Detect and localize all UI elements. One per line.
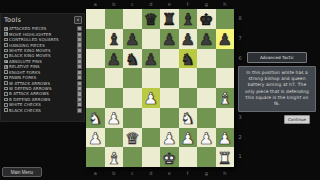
tool-swatch-icon[interactable] [77,42,82,47]
square-e5[interactable] [160,68,179,88]
square-f6[interactable]: ♞ [179,49,198,69]
tool-label: PAWN FORKS [9,75,77,80]
tool-swatch-icon[interactable] [77,37,82,42]
tool-swatch-icon[interactable] [77,108,82,113]
tools-panel-close-icon[interactable]: x [74,16,82,24]
square-f7[interactable]: ♟ [179,29,198,49]
tool-row-w-attack-arrows[interactable]: W ATTACK ARROWS [4,80,82,85]
square-d1[interactable] [142,147,161,167]
tool-swatch-icon[interactable] [77,97,82,102]
square-e4[interactable] [160,88,179,108]
file-label-bottom-h: h [216,169,235,177]
tool-label: B DEFEND ARROWS [9,97,77,102]
square-h6[interactable] [216,49,235,69]
tool-swatch-icon[interactable] [77,32,82,37]
white-pawn-h2: ♟ [218,129,232,148]
square-d4[interactable]: ♟ [142,88,161,108]
file-label-bottom-f: f [179,169,198,177]
square-b7[interactable]: ♝ [105,29,124,49]
tool-label: BLACK KING MOVES [9,53,77,58]
square-b3[interactable]: ♟ [105,108,124,128]
file-label-bottom-g: g [197,169,216,177]
square-f5[interactable] [179,68,198,88]
file-label-bottom-b: b [105,169,124,177]
square-d8[interactable]: ♛ [142,9,161,29]
square-c4[interactable] [123,88,142,108]
tool-label: ATTACKED PIECES [9,26,77,31]
rank-label-2: 2 [236,128,244,148]
square-c5[interactable] [123,68,142,88]
square-d2[interactable] [142,128,161,148]
file-label-top-e: e [160,0,179,8]
white-rook-h1: ♜ [218,149,232,168]
square-c8[interactable] [123,9,142,29]
tool-checkbox-checked[interactable]: ✕ [4,32,8,36]
rank-label-8: 8 [236,9,244,29]
tool-label: CONTROLLED SQUARES [9,37,77,42]
tool-label: B ATTACK ARROWS [9,91,77,96]
tools-panel: Tools x ✕ATTACKED PIECES✕MOVE HIGHLIGHTE… [0,13,85,122]
file-label-top-b: b [105,0,124,8]
black-pawn-h7: ♟ [218,31,232,50]
tool-swatch-icon[interactable] [77,59,82,64]
square-e7[interactable]: ♟ [160,29,179,49]
file-labels-bottom: abcdefgh [86,169,234,177]
tool-checkbox-unchecked[interactable] [4,38,8,42]
tool-row-absolute-pins[interactable]: ✕ABSOLUTE PINS [4,59,82,64]
square-e6[interactable] [160,49,179,69]
tool-row-w-defend-arrows[interactable]: W DEFEND ARROWS [4,86,82,91]
tool-checkbox-checked[interactable]: ✕ [4,27,8,31]
square-d7[interactable] [142,29,161,49]
square-c3[interactable] [123,108,142,128]
tool-checkbox-unchecked[interactable] [4,103,8,107]
tools-panel-title: Tools [4,16,21,24]
tooltip-actions: Continue [238,115,316,124]
file-label-bottom-c: c [123,169,142,177]
white-king-e1: ♚ [162,149,176,168]
tool-checkbox-checked[interactable]: ✕ [4,65,8,69]
black-bishop-f8: ♝ [181,11,195,30]
square-e1[interactable]: ♚ [160,147,179,167]
tool-row-b-defend-arrows[interactable]: B DEFEND ARROWS [4,97,82,102]
square-c7[interactable]: ♟ [123,29,142,49]
tool-row-black-king-moves[interactable]: BLACK KING MOVES [4,53,82,58]
square-g3[interactable] [197,108,216,128]
black-rook-e8: ♜ [162,11,176,30]
file-label-top-d: d [142,0,161,8]
rank-label-1: 1 [236,147,244,167]
tool-label: WHITE CHECKS [9,102,77,107]
square-h4[interactable]: ♝ [216,88,235,108]
tool-checkbox-checked[interactable]: ✕ [4,60,8,64]
tool-label: BLACK CHECKS [9,108,77,113]
square-f1[interactable] [179,147,198,167]
file-label-top-a: a [86,0,105,8]
white-bishop-b1: ♝ [107,149,121,168]
white-knight-f3: ♞ [181,110,195,129]
tool-label: W DEFEND ARROWS [9,86,77,91]
square-h3[interactable] [216,108,235,128]
square-c6[interactable]: ♞ [123,49,142,69]
tool-checkbox-unchecked[interactable] [4,81,8,85]
square-b6[interactable]: ♟ [105,49,124,69]
white-pawn-a2: ♟ [88,129,102,148]
square-a1[interactable] [86,147,105,167]
square-h8[interactable] [216,9,235,29]
tool-checkbox-unchecked[interactable] [4,49,8,53]
tool-row-white-king-moves[interactable]: WHITE KING MOVES [4,48,82,53]
tool-label: MOVE HIGHLIGHTER [9,32,77,37]
tool-checkbox-unchecked[interactable] [4,108,8,112]
square-f2[interactable]: ♟ [179,128,198,148]
square-a3[interactable]: ♞ [86,108,105,128]
square-a6[interactable] [86,49,105,69]
white-pawn-d4: ♟ [144,90,158,109]
tool-row-b-attack-arrows[interactable]: B ATTACK ARROWS [4,91,82,96]
black-bishop-b7: ♝ [107,31,121,50]
tool-label: ABSOLUTE PINS [9,59,77,64]
square-g6[interactable] [197,49,216,69]
tools-list: ✕ATTACKED PIECES✕MOVE HIGHLIGHTERCONTROL… [4,26,82,113]
square-b4[interactable] [105,88,124,108]
square-d3[interactable] [142,108,161,128]
square-a8[interactable] [86,9,105,29]
tool-checkbox-unchecked[interactable] [4,98,8,102]
tool-checkbox-unchecked[interactable] [4,92,8,96]
square-g5[interactable] [197,68,216,88]
file-label-top-c: c [123,0,142,8]
tool-label: RELATIVE PINS [9,64,77,69]
square-a2[interactable]: ♟ [86,128,105,148]
file-label-top-h: h [216,0,235,8]
white-knight-a3: ♞ [88,110,102,129]
rank-label-7: 7 [236,29,244,49]
black-pawn-g7: ♟ [199,31,213,50]
tool-row-knight-forks[interactable]: KNIGHT FORKS [4,70,82,75]
square-g1[interactable] [197,147,216,167]
tool-row-controlled-squares[interactable]: CONTROLLED SQUARES [4,37,82,42]
square-a5[interactable] [86,68,105,88]
tool-checkbox-unchecked[interactable] [4,87,8,91]
file-label-bottom-d: d [142,169,161,177]
square-d5[interactable] [142,68,161,88]
white-pawn-g2: ♟ [199,129,213,148]
tool-label: WHITE KING MOVES [9,48,77,53]
black-queen-d8: ♛ [144,11,158,30]
white-queen-c2: ♛ [125,129,139,148]
black-pawn-d6: ♟ [144,50,158,69]
file-labels-top: abcdefgh [86,0,234,8]
white-bishop-h4: ♝ [218,90,232,109]
file-label-bottom-a: a [86,169,105,177]
file-label-top-f: f [179,0,198,8]
tooltip-body-text: In this position white has a strong bish… [238,66,316,112]
tool-swatch-icon[interactable] [77,86,82,91]
square-g4[interactable] [197,88,216,108]
tool-swatch-icon[interactable] [77,53,82,58]
square-e8[interactable]: ♜ [160,9,179,29]
square-b1[interactable]: ♝ [105,147,124,167]
tool-swatch-icon[interactable] [77,81,82,86]
tool-row-relative-pins[interactable]: ✕RELATIVE PINS [4,64,82,69]
black-knight-c6: ♞ [125,50,139,69]
tool-swatch-icon[interactable] [77,91,82,96]
square-g2[interactable]: ♟ [197,128,216,148]
black-king-g8: ♚ [199,11,213,30]
tool-swatch-icon[interactable] [77,102,82,107]
tool-row-move-highlighter[interactable]: ✕MOVE HIGHLIGHTER [4,31,82,36]
tool-label: KNIGHT FORKS [9,70,77,75]
white-pawn-b3: ♟ [107,110,121,129]
square-b5[interactable] [105,68,124,88]
advanced-tactic-tooltip: Advanced Tactic In this position white h… [238,52,316,124]
tool-row-pawn-forks[interactable]: PAWN FORKS [4,75,82,80]
square-h7[interactable]: ♟ [216,29,235,49]
tool-row-attacked-pieces[interactable]: ✕ATTACKED PIECES [4,26,82,31]
tools-panel-header: Tools x [4,16,82,24]
tool-swatch-icon[interactable] [77,75,82,80]
tool-checkbox-unchecked[interactable] [4,70,8,74]
tool-swatch-icon[interactable] [77,48,82,53]
tool-label: HANGING PIECES [9,43,77,48]
square-f8[interactable]: ♝ [179,9,198,29]
black-pawn-e7: ♟ [162,31,176,50]
black-pawn-c7: ♟ [125,31,139,50]
square-e2[interactable]: ♟ [160,128,179,148]
white-pawn-e2: ♟ [162,129,176,148]
tool-swatch-icon[interactable] [77,26,82,31]
square-g8[interactable]: ♚ [197,9,216,29]
black-knight-f6: ♞ [181,50,195,69]
board: ♛♜♝♚♝♟♟♟♟♟♟♞♟♞♟♝♞♟♞♟♛♟♟♟♟♝♚♜ [86,9,234,167]
tool-label: W ATTACK ARROWS [9,81,77,86]
white-pawn-f2: ♟ [181,129,195,148]
tool-row-hanging-pieces[interactable]: HANGING PIECES [4,42,82,47]
square-e3[interactable] [160,108,179,128]
file-label-top-g: g [197,0,216,8]
square-b8[interactable] [105,9,124,29]
tool-swatch-icon[interactable] [77,64,82,69]
tool-checkbox-unchecked[interactable] [4,54,8,58]
square-d6[interactable]: ♟ [142,49,161,69]
square-h1[interactable]: ♜ [216,147,235,167]
square-f4[interactable] [179,88,198,108]
square-g7[interactable]: ♟ [197,29,216,49]
square-h5[interactable] [216,68,235,88]
square-c2[interactable]: ♛ [123,128,142,148]
continue-button[interactable]: Continue [284,115,310,124]
file-label-bottom-e: e [160,169,179,177]
square-f3[interactable]: ♞ [179,108,198,128]
square-b2[interactable] [105,128,124,148]
tool-checkbox-unchecked[interactable] [4,76,8,80]
tool-swatch-icon[interactable] [77,70,82,75]
main-menu-button[interactable]: Main Menu [2,167,42,177]
square-a7[interactable] [86,29,105,49]
tool-row-white-checks[interactable]: WHITE CHECKS [4,102,82,107]
black-pawn-b6: ♟ [107,50,121,69]
black-pawn-f7: ♟ [181,31,195,50]
square-c1[interactable] [123,147,142,167]
tool-row-black-checks[interactable]: BLACK CHECKS [4,108,82,113]
square-h2[interactable]: ♟ [216,128,235,148]
tooltip-header[interactable]: Advanced Tactic [247,52,307,63]
tool-checkbox-unchecked[interactable] [4,43,8,47]
square-a4[interactable] [86,88,105,108]
